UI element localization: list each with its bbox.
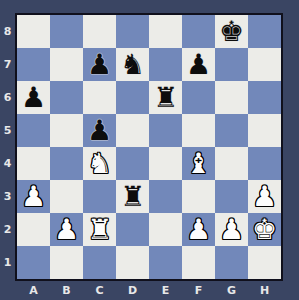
- square-b6[interactable]: [50, 81, 83, 114]
- square-e6[interactable]: ♜: [149, 81, 182, 114]
- square-g8[interactable]: ♚: [215, 15, 248, 48]
- square-f5[interactable]: [182, 114, 215, 147]
- square-h1[interactable]: [248, 246, 281, 279]
- chess-board: ♚♟♞♟♟♜♟♞♝♟♜♟♟♜♟♟♚: [15, 13, 283, 281]
- square-f6[interactable]: [182, 81, 215, 114]
- square-e3[interactable]: [149, 180, 182, 213]
- rank-label-5: 5: [0, 114, 15, 147]
- black-rook[interactable]: ♜: [153, 81, 178, 114]
- square-g4[interactable]: [215, 147, 248, 180]
- rank-label-8: 8: [0, 15, 15, 48]
- square-e2[interactable]: [149, 213, 182, 246]
- rank-label-4: 4: [0, 147, 15, 180]
- file-label-b: B: [50, 281, 83, 299]
- black-rook[interactable]: ♜: [120, 180, 145, 213]
- black-pawn[interactable]: ♟: [21, 81, 46, 114]
- white-rook[interactable]: ♜: [87, 213, 112, 246]
- square-e4[interactable]: [149, 147, 182, 180]
- rank-label-1: 1: [0, 246, 15, 279]
- white-pawn[interactable]: ♟: [21, 180, 46, 213]
- square-d4[interactable]: [116, 147, 149, 180]
- square-g5[interactable]: [215, 114, 248, 147]
- rank-label-2: 2: [0, 213, 15, 246]
- square-d7[interactable]: ♞: [116, 48, 149, 81]
- rank-label-7: 7: [0, 48, 15, 81]
- square-a2[interactable]: [17, 213, 50, 246]
- square-a5[interactable]: [17, 114, 50, 147]
- square-b5[interactable]: [50, 114, 83, 147]
- square-d5[interactable]: [116, 114, 149, 147]
- file-label-e: E: [149, 281, 182, 299]
- white-pawn[interactable]: ♟: [252, 180, 277, 213]
- square-a1[interactable]: [17, 246, 50, 279]
- square-d6[interactable]: [116, 81, 149, 114]
- square-c7[interactable]: ♟: [83, 48, 116, 81]
- square-b4[interactable]: [50, 147, 83, 180]
- square-b3[interactable]: [50, 180, 83, 213]
- file-label-f: F: [182, 281, 215, 299]
- white-king[interactable]: ♚: [252, 213, 277, 246]
- square-e8[interactable]: [149, 15, 182, 48]
- square-f2[interactable]: ♟: [182, 213, 215, 246]
- square-d8[interactable]: [116, 15, 149, 48]
- square-b7[interactable]: [50, 48, 83, 81]
- square-d2[interactable]: [116, 213, 149, 246]
- rank-label-6: 6: [0, 81, 15, 114]
- file-label-c: C: [83, 281, 116, 299]
- square-c2[interactable]: ♜: [83, 213, 116, 246]
- square-c3[interactable]: [83, 180, 116, 213]
- square-h8[interactable]: [248, 15, 281, 48]
- square-g3[interactable]: [215, 180, 248, 213]
- square-f1[interactable]: [182, 246, 215, 279]
- white-pawn[interactable]: ♟: [186, 213, 211, 246]
- square-h2[interactable]: ♚: [248, 213, 281, 246]
- square-a3[interactable]: ♟: [17, 180, 50, 213]
- square-b1[interactable]: [50, 246, 83, 279]
- square-f3[interactable]: [182, 180, 215, 213]
- black-pawn[interactable]: ♟: [87, 48, 112, 81]
- square-d3[interactable]: ♜: [116, 180, 149, 213]
- white-pawn[interactable]: ♟: [54, 213, 79, 246]
- black-pawn[interactable]: ♟: [186, 48, 211, 81]
- white-knight[interactable]: ♞: [87, 147, 112, 180]
- file-label-a: A: [17, 281, 50, 299]
- square-c5[interactable]: ♟: [83, 114, 116, 147]
- square-h6[interactable]: [248, 81, 281, 114]
- black-pawn[interactable]: ♟: [87, 114, 112, 147]
- square-f7[interactable]: ♟: [182, 48, 215, 81]
- square-g6[interactable]: [215, 81, 248, 114]
- black-king[interactable]: ♚: [219, 15, 244, 48]
- rank-labels: 87654321: [0, 15, 15, 279]
- square-e1[interactable]: [149, 246, 182, 279]
- square-g2[interactable]: ♟: [215, 213, 248, 246]
- square-h7[interactable]: [248, 48, 281, 81]
- rank-label-3: 3: [0, 180, 15, 213]
- square-g7[interactable]: [215, 48, 248, 81]
- square-g1[interactable]: [215, 246, 248, 279]
- white-bishop[interactable]: ♝: [186, 147, 211, 180]
- square-f8[interactable]: [182, 15, 215, 48]
- square-a8[interactable]: [17, 15, 50, 48]
- square-f4[interactable]: ♝: [182, 147, 215, 180]
- white-pawn[interactable]: ♟: [219, 213, 244, 246]
- square-h4[interactable]: [248, 147, 281, 180]
- file-label-d: D: [116, 281, 149, 299]
- square-a4[interactable]: [17, 147, 50, 180]
- square-a6[interactable]: ♟: [17, 81, 50, 114]
- chess-board-page: 87654321 ♚♟♞♟♟♜♟♞♝♟♜♟♟♜♟♟♚ ABCDEFGH: [0, 0, 299, 300]
- black-knight[interactable]: ♞: [120, 48, 145, 81]
- square-d1[interactable]: [116, 246, 149, 279]
- square-c6[interactable]: [83, 81, 116, 114]
- square-e7[interactable]: [149, 48, 182, 81]
- file-label-h: H: [248, 281, 281, 299]
- square-e5[interactable]: [149, 114, 182, 147]
- square-a7[interactable]: [17, 48, 50, 81]
- square-h5[interactable]: [248, 114, 281, 147]
- square-h3[interactable]: ♟: [248, 180, 281, 213]
- square-c1[interactable]: [83, 246, 116, 279]
- file-labels: ABCDEFGH: [17, 281, 281, 299]
- square-b2[interactable]: ♟: [50, 213, 83, 246]
- square-c4[interactable]: ♞: [83, 147, 116, 180]
- file-label-g: G: [215, 281, 248, 299]
- square-b8[interactable]: [50, 15, 83, 48]
- square-c8[interactable]: [83, 15, 116, 48]
